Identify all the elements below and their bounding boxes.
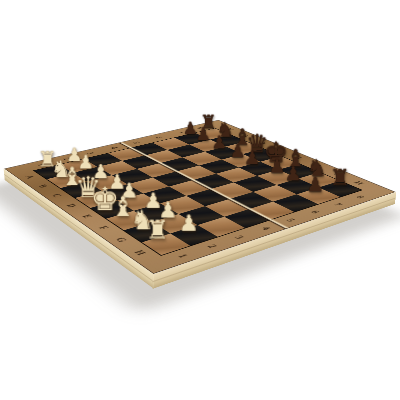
white-rook-h1[interactable]: ♜ — [136, 211, 179, 249]
chess-board: ABCDEFGH ABCDEFGH 87654321 87654321 ♜♞♝♛… — [4, 120, 396, 274]
black-pawn-h7[interactable]: ♟ — [297, 167, 335, 201]
photo-scene: ABCDEFGH ABCDEFGH 87654321 87654321 ♜♞♝♛… — [0, 0, 400, 400]
